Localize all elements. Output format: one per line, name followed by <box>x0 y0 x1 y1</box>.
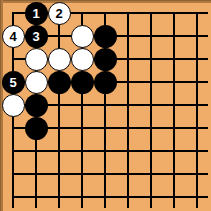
grid-line-horizontal <box>12 173 208 175</box>
white-stone <box>25 71 48 94</box>
black-stone <box>48 71 71 94</box>
grid-line-vertical <box>173 12 175 208</box>
black-stone <box>25 94 48 117</box>
black-stone <box>25 117 48 140</box>
move-number: 1 <box>32 7 39 20</box>
move-number: 2 <box>55 7 62 20</box>
black-stone <box>94 48 117 71</box>
white-stone <box>48 48 71 71</box>
black-stone: 5 <box>2 71 25 94</box>
grid-line-vertical <box>58 12 60 208</box>
move-number: 3 <box>32 30 39 43</box>
white-stone <box>25 48 48 71</box>
white-stone <box>71 48 94 71</box>
white-stone: 4 <box>2 25 25 48</box>
grid-line-vertical <box>150 12 152 208</box>
black-stone <box>94 25 117 48</box>
white-stone <box>71 25 94 48</box>
white-stone: 2 <box>48 2 71 25</box>
black-stone: 1 <box>25 2 48 25</box>
black-stone <box>94 71 117 94</box>
grid-line-vertical <box>127 12 129 208</box>
white-stone <box>2 94 25 117</box>
black-stone <box>71 71 94 94</box>
grid-line-horizontal <box>12 150 208 152</box>
go-board-diagram: 12435 <box>0 0 211 211</box>
move-number: 4 <box>9 30 16 43</box>
grid-line-horizontal <box>12 196 208 198</box>
move-number: 5 <box>9 76 16 89</box>
black-stone: 3 <box>25 25 48 48</box>
grid-line-vertical <box>196 12 198 208</box>
